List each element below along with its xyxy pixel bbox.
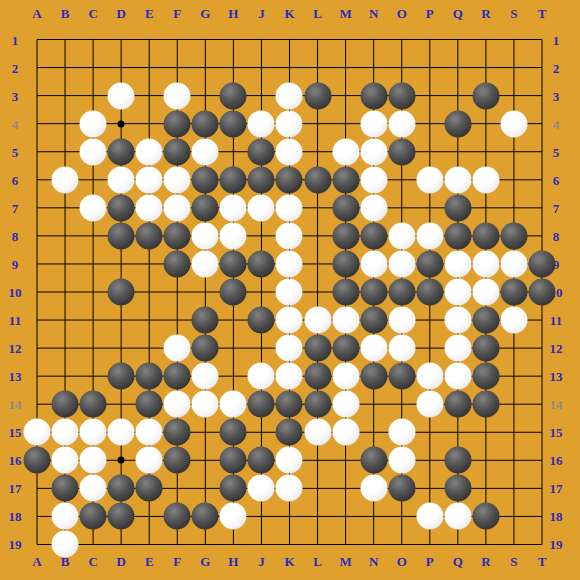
coord-label-top-C: C (88, 7, 97, 20)
coord-label-right-16: 16 (550, 454, 563, 467)
stone-white-H7[interactable] (220, 194, 247, 221)
stone-white-S4[interactable] (500, 110, 527, 137)
coord-label-left-19: 19 (9, 538, 22, 551)
stone-black-M12[interactable] (332, 335, 359, 362)
stone-white-N17[interactable] (360, 475, 387, 502)
stone-white-S9[interactable] (500, 250, 527, 277)
stone-white-N4[interactable] (360, 110, 387, 137)
stone-white-B6[interactable] (52, 166, 79, 193)
stone-black-F8[interactable] (164, 222, 191, 249)
stone-white-K7[interactable] (276, 194, 303, 221)
coord-label-left-5: 5 (12, 145, 19, 158)
coord-label-left-6: 6 (12, 173, 19, 186)
stone-white-P8[interactable] (416, 222, 443, 249)
coord-label-top-A: A (32, 7, 41, 20)
stone-white-N12[interactable] (360, 335, 387, 362)
stone-black-L14[interactable] (304, 391, 331, 418)
stone-white-K8[interactable] (276, 222, 303, 249)
stone-black-H6[interactable] (220, 166, 247, 193)
stone-white-C7[interactable] (80, 194, 107, 221)
stone-white-K3[interactable] (276, 82, 303, 109)
stone-white-A15[interactable] (24, 419, 51, 446)
coord-label-bottom-E: E (145, 555, 154, 568)
stone-white-G8[interactable] (192, 222, 219, 249)
stone-black-J11[interactable] (248, 307, 275, 334)
stone-black-D8[interactable] (108, 222, 135, 249)
stone-white-H14[interactable] (220, 391, 247, 418)
stone-black-L3[interactable] (304, 82, 331, 109)
stone-black-J16[interactable] (248, 447, 275, 474)
stone-white-C4[interactable] (80, 110, 107, 137)
stone-black-A16[interactable] (24, 447, 51, 474)
stone-black-R11[interactable] (472, 307, 499, 334)
stone-white-M11[interactable] (332, 307, 359, 334)
coord-label-top-R: R (481, 7, 490, 20)
stone-white-G14[interactable] (192, 391, 219, 418)
coord-label-top-P: P (426, 7, 434, 20)
stone-white-G5[interactable] (192, 138, 219, 165)
stone-black-F16[interactable] (164, 447, 191, 474)
coord-label-bottom-Q: Q (453, 555, 463, 568)
stone-black-D10[interactable] (108, 278, 135, 305)
stone-black-R3[interactable] (472, 82, 499, 109)
stone-black-F9[interactable] (164, 250, 191, 277)
stone-black-O13[interactable] (388, 363, 415, 390)
stone-black-R13[interactable] (472, 363, 499, 390)
stone-black-J6[interactable] (248, 166, 275, 193)
stone-white-C16[interactable] (80, 447, 107, 474)
stone-black-M10[interactable] (332, 278, 359, 305)
stone-white-Q6[interactable] (444, 166, 471, 193)
coord-label-right-19: 19 (550, 538, 563, 551)
stone-black-H15[interactable] (220, 419, 247, 446)
stone-white-G13[interactable] (192, 363, 219, 390)
stone-white-M14[interactable] (332, 391, 359, 418)
stone-black-D13[interactable] (108, 363, 135, 390)
stone-white-P14[interactable] (416, 391, 443, 418)
coord-label-top-F: F (173, 7, 181, 20)
stone-black-R18[interactable] (472, 503, 499, 530)
stone-black-T10[interactable] (528, 278, 555, 305)
stone-white-E15[interactable] (136, 419, 163, 446)
stone-black-Q17[interactable] (444, 475, 471, 502)
coord-label-right-8: 8 (553, 229, 560, 242)
stone-white-E6[interactable] (136, 166, 163, 193)
coord-label-top-G: G (200, 7, 210, 20)
stone-white-E16[interactable] (136, 447, 163, 474)
coord-label-bottom-N: N (369, 555, 378, 568)
stone-white-K13[interactable] (276, 363, 303, 390)
stone-white-O4[interactable] (388, 110, 415, 137)
stone-black-L12[interactable] (304, 335, 331, 362)
stone-white-P18[interactable] (416, 503, 443, 530)
coord-label-bottom-P: P (426, 555, 434, 568)
stone-black-R14[interactable] (472, 391, 499, 418)
stone-white-J13[interactable] (248, 363, 275, 390)
stone-black-M9[interactable] (332, 250, 359, 277)
stone-black-G18[interactable] (192, 503, 219, 530)
stone-black-G7[interactable] (192, 194, 219, 221)
stone-white-K11[interactable] (276, 307, 303, 334)
stone-white-J4[interactable] (248, 110, 275, 137)
coord-label-left-15: 15 (9, 426, 22, 439)
stone-white-L11[interactable] (304, 307, 331, 334)
coord-label-right-14: 14 (550, 398, 563, 411)
stone-white-B19[interactable] (52, 531, 79, 558)
coord-label-left-10: 10 (9, 285, 22, 298)
coord-label-top-D: D (116, 7, 125, 20)
coord-label-bottom-K: K (284, 555, 294, 568)
stone-black-H10[interactable] (220, 278, 247, 305)
coord-label-bottom-S: S (510, 555, 517, 568)
stone-white-N6[interactable] (360, 166, 387, 193)
stone-white-F3[interactable] (164, 82, 191, 109)
stone-black-S8[interactable] (500, 222, 527, 249)
stone-black-E14[interactable] (136, 391, 163, 418)
coord-label-left-4: 4 (12, 117, 19, 130)
coord-label-left-8: 8 (12, 229, 19, 242)
stone-black-B17[interactable] (52, 475, 79, 502)
stone-white-F14[interactable] (164, 391, 191, 418)
stone-black-G4[interactable] (192, 110, 219, 137)
coord-label-bottom-J: J (258, 555, 265, 568)
coord-label-top-B: B (61, 7, 70, 20)
coord-label-left-11: 11 (9, 314, 21, 327)
stone-white-E7[interactable] (136, 194, 163, 221)
coord-label-bottom-C: C (88, 555, 97, 568)
stone-white-E5[interactable] (136, 138, 163, 165)
stone-white-D3[interactable] (108, 82, 135, 109)
stone-white-N7[interactable] (360, 194, 387, 221)
stone-black-L13[interactable] (304, 363, 331, 390)
stone-white-C17[interactable] (80, 475, 107, 502)
stone-black-Q16[interactable] (444, 447, 471, 474)
stone-white-J17[interactable] (248, 475, 275, 502)
coord-label-left-9: 9 (12, 257, 19, 270)
coord-label-left-7: 7 (12, 201, 19, 214)
stone-black-K14[interactable] (276, 391, 303, 418)
stone-white-O15[interactable] (388, 419, 415, 446)
stone-white-Q18[interactable] (444, 503, 471, 530)
stone-white-B18[interactable] (52, 503, 79, 530)
stone-white-B15[interactable] (52, 419, 79, 446)
coord-label-left-14: 14 (9, 398, 22, 411)
stone-white-K16[interactable] (276, 447, 303, 474)
stone-white-Q11[interactable] (444, 307, 471, 334)
coord-label-bottom-R: R (481, 555, 490, 568)
stone-white-R10[interactable] (472, 278, 499, 305)
stone-black-D17[interactable] (108, 475, 135, 502)
coord-label-top-S: S (510, 7, 517, 20)
stone-white-D6[interactable] (108, 166, 135, 193)
coord-label-top-O: O (397, 7, 407, 20)
stone-black-G12[interactable] (192, 335, 219, 362)
stone-black-D18[interactable] (108, 503, 135, 530)
go-board[interactable]: AABBCCDDEEFFGGHHJJKKLLMMNNOOPPQQRRSSTT11… (0, 0, 580, 580)
stone-white-O12[interactable] (388, 335, 415, 362)
coord-label-right-1: 1 (553, 33, 560, 46)
stone-black-D7[interactable] (108, 194, 135, 221)
stone-black-O5[interactable] (388, 138, 415, 165)
stone-black-J5[interactable] (248, 138, 275, 165)
stone-black-H4[interactable] (220, 110, 247, 137)
coord-label-bottom-F: F (173, 555, 181, 568)
stone-black-K6[interactable] (276, 166, 303, 193)
coord-label-bottom-G: G (200, 555, 210, 568)
stone-white-N9[interactable] (360, 250, 387, 277)
stone-white-H8[interactable] (220, 222, 247, 249)
stone-white-R9[interactable] (472, 250, 499, 277)
stone-white-J7[interactable] (248, 194, 275, 221)
coord-label-right-17: 17 (550, 482, 563, 495)
coord-label-right-7: 7 (553, 201, 560, 214)
stone-white-D15[interactable] (108, 419, 135, 446)
stone-white-G9[interactable] (192, 250, 219, 277)
stone-white-P13[interactable] (416, 363, 443, 390)
stone-black-E8[interactable] (136, 222, 163, 249)
stone-black-F13[interactable] (164, 363, 191, 390)
stone-black-E17[interactable] (136, 475, 163, 502)
stone-white-Q10[interactable] (444, 278, 471, 305)
coord-label-right-5: 5 (553, 145, 560, 158)
stone-black-B14[interactable] (52, 391, 79, 418)
coord-label-right-6: 6 (553, 173, 560, 186)
coord-label-right-18: 18 (550, 510, 563, 523)
stone-white-F7[interactable] (164, 194, 191, 221)
coord-label-bottom-M: M (339, 555, 351, 568)
stone-white-Q13[interactable] (444, 363, 471, 390)
stone-black-S10[interactable] (500, 278, 527, 305)
coord-label-top-H: H (228, 7, 238, 20)
stone-black-F5[interactable] (164, 138, 191, 165)
coord-label-bottom-A: A (32, 555, 41, 568)
stone-white-O16[interactable] (388, 447, 415, 474)
stone-white-S11[interactable] (500, 307, 527, 334)
stone-black-L6[interactable] (304, 166, 331, 193)
coord-label-top-T: T (538, 7, 547, 20)
coord-label-right-12: 12 (550, 342, 563, 355)
stone-black-N10[interactable] (360, 278, 387, 305)
coord-label-top-Q: Q (453, 7, 463, 20)
stone-black-Q4[interactable] (444, 110, 471, 137)
stone-black-N8[interactable] (360, 222, 387, 249)
coord-label-left-12: 12 (9, 342, 22, 355)
stone-white-Q9[interactable] (444, 250, 471, 277)
star-point-D4 (118, 120, 125, 127)
stone-black-G6[interactable] (192, 166, 219, 193)
stone-black-N16[interactable] (360, 447, 387, 474)
stone-white-K9[interactable] (276, 250, 303, 277)
stone-black-D5[interactable] (108, 138, 135, 165)
stone-white-P6[interactable] (416, 166, 443, 193)
stone-black-Q8[interactable] (444, 222, 471, 249)
stone-white-K5[interactable] (276, 138, 303, 165)
stone-white-Q12[interactable] (444, 335, 471, 362)
stone-white-O11[interactable] (388, 307, 415, 334)
coord-label-left-2: 2 (12, 61, 19, 74)
stone-black-M8[interactable] (332, 222, 359, 249)
stone-white-M15[interactable] (332, 419, 359, 446)
stone-black-E13[interactable] (136, 363, 163, 390)
coord-label-right-2: 2 (553, 61, 560, 74)
stone-black-Q14[interactable] (444, 391, 471, 418)
stone-black-M7[interactable] (332, 194, 359, 221)
stone-white-H18[interactable] (220, 503, 247, 530)
stone-black-J14[interactable] (248, 391, 275, 418)
coord-label-right-4: 4 (553, 117, 560, 130)
stone-white-M5[interactable] (332, 138, 359, 165)
stone-white-K17[interactable] (276, 475, 303, 502)
coord-label-bottom-L: L (313, 555, 322, 568)
stone-black-P9[interactable] (416, 250, 443, 277)
coord-label-bottom-T: T (538, 555, 547, 568)
stone-black-C18[interactable] (80, 503, 107, 530)
coord-label-right-13: 13 (550, 370, 563, 383)
stone-white-L15[interactable] (304, 419, 331, 446)
coord-label-left-16: 16 (9, 454, 22, 467)
stone-white-K10[interactable] (276, 278, 303, 305)
coord-label-bottom-D: D (116, 555, 125, 568)
stone-black-R12[interactable] (472, 335, 499, 362)
stone-white-F12[interactable] (164, 335, 191, 362)
coord-label-right-15: 15 (550, 426, 563, 439)
stone-white-B16[interactable] (52, 447, 79, 474)
stone-black-N11[interactable] (360, 307, 387, 334)
stone-black-F4[interactable] (164, 110, 191, 137)
coord-label-bottom-H: H (228, 555, 238, 568)
stone-black-O17[interactable] (388, 475, 415, 502)
stone-black-H17[interactable] (220, 475, 247, 502)
stone-white-K12[interactable] (276, 335, 303, 362)
stone-black-O3[interactable] (388, 82, 415, 109)
stone-white-O8[interactable] (388, 222, 415, 249)
stone-black-P10[interactable] (416, 278, 443, 305)
stone-black-K15[interactable] (276, 419, 303, 446)
coord-label-left-18: 18 (9, 510, 22, 523)
stone-white-K4[interactable] (276, 110, 303, 137)
stone-black-J9[interactable] (248, 250, 275, 277)
stone-white-C5[interactable] (80, 138, 107, 165)
coord-label-top-K: K (284, 7, 294, 20)
coord-label-left-17: 17 (9, 482, 22, 495)
stone-black-H9[interactable] (220, 250, 247, 277)
stone-black-H3[interactable] (220, 82, 247, 109)
coord-label-left-13: 13 (9, 370, 22, 383)
coord-label-top-J: J (258, 7, 265, 20)
stone-black-M6[interactable] (332, 166, 359, 193)
stone-black-Q7[interactable] (444, 194, 471, 221)
coord-label-left-1: 1 (12, 33, 19, 46)
coord-label-top-L: L (313, 7, 322, 20)
stone-black-N13[interactable] (360, 363, 387, 390)
coord-label-right-11: 11 (550, 314, 562, 327)
stone-white-F6[interactable] (164, 166, 191, 193)
stone-black-R8[interactable] (472, 222, 499, 249)
stone-black-F15[interactable] (164, 419, 191, 446)
stone-black-G11[interactable] (192, 307, 219, 334)
stone-black-F18[interactable] (164, 503, 191, 530)
coord-label-bottom-O: O (397, 555, 407, 568)
coord-label-top-N: N (369, 7, 378, 20)
stone-black-O10[interactable] (388, 278, 415, 305)
stone-white-R6[interactable] (472, 166, 499, 193)
coord-label-right-3: 3 (553, 89, 560, 102)
coord-label-left-3: 3 (12, 89, 19, 102)
stone-black-T9[interactable] (528, 250, 555, 277)
coord-label-top-M: M (339, 7, 351, 20)
star-point-D16 (118, 457, 125, 464)
stone-white-C15[interactable] (80, 419, 107, 446)
stone-black-H16[interactable] (220, 447, 247, 474)
stone-black-N3[interactable] (360, 82, 387, 109)
stone-white-M13[interactable] (332, 363, 359, 390)
stone-white-O9[interactable] (388, 250, 415, 277)
stone-white-N5[interactable] (360, 138, 387, 165)
coord-label-top-E: E (145, 7, 154, 20)
stone-black-C14[interactable] (80, 391, 107, 418)
